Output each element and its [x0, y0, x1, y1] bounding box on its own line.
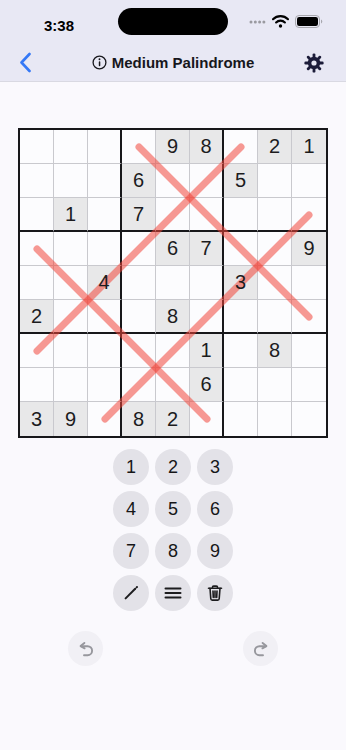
cell-r3c9[interactable] — [292, 198, 326, 232]
given-digit: 2 — [167, 408, 178, 431]
cell-r6c6[interactable] — [190, 300, 224, 334]
given-digit: 6 — [133, 169, 144, 192]
cell-r1c6[interactable]: 8 — [190, 130, 224, 164]
cell-r9c5[interactable]: 2 — [156, 402, 190, 436]
cell-r6c7[interactable] — [224, 300, 258, 334]
given-digit: 7 — [200, 237, 211, 260]
given-digit: 8 — [133, 408, 144, 431]
cell-r5c2[interactable] — [54, 266, 88, 300]
battery-icon — [295, 15, 323, 28]
cell-r4c6[interactable]: 7 — [190, 232, 224, 266]
given-digit: 6 — [167, 237, 178, 260]
cell-r8c8[interactable] — [258, 368, 292, 402]
trash-icon — [205, 583, 225, 603]
cell-r1c9[interactable]: 1 — [292, 130, 326, 164]
cell-r4c2[interactable] — [54, 232, 88, 266]
erase-button[interactable] — [197, 575, 233, 611]
gear-icon — [304, 53, 324, 73]
chevron-left-icon — [19, 52, 31, 73]
info-icon — [92, 55, 107, 70]
cell-r1c8[interactable]: 2 — [258, 130, 292, 164]
back-button[interactable] — [12, 50, 38, 76]
cell-r4c9[interactable]: 9 — [292, 232, 326, 266]
given-digit: 9 — [65, 408, 76, 431]
cell-r2c1[interactable] — [20, 164, 54, 198]
sudoku-board: 9821651767943281863982 — [18, 128, 328, 438]
cell-r3c8[interactable] — [258, 198, 292, 232]
given-digit: 8 — [167, 305, 178, 328]
cell-r7c2[interactable] — [54, 334, 88, 368]
status-bar: 3:38 — [0, 0, 346, 44]
cell-r4c8[interactable] — [258, 232, 292, 266]
cell-r9c1[interactable]: 3 — [20, 402, 54, 436]
cell-r9c7[interactable] — [224, 402, 258, 436]
given-digit: 8 — [269, 339, 280, 362]
app-screen: 3:38 — [0, 0, 346, 750]
nav-bar: Medium Palindrome — [0, 44, 346, 81]
cell-r3c3[interactable] — [88, 198, 122, 232]
cell-r6c2[interactable] — [54, 300, 88, 334]
undo-button[interactable] — [68, 631, 103, 666]
cell-r7c6[interactable]: 1 — [190, 334, 224, 368]
cell-r1c4[interactable] — [122, 130, 156, 164]
given-digit: 7 — [133, 203, 144, 226]
digit-button-3[interactable]: 3 — [197, 449, 233, 485]
cell-r6c8[interactable] — [258, 300, 292, 334]
cell-r9c4[interactable]: 8 — [122, 402, 156, 436]
cell-r5c5[interactable] — [156, 266, 190, 300]
cell-r7c7[interactable] — [224, 334, 258, 368]
header: 3:38 — [0, 0, 346, 82]
cell-r3c7[interactable] — [224, 198, 258, 232]
digit-button-9[interactable]: 9 — [197, 533, 233, 569]
main-content: 9821651767943281863982 1 2 3 4 5 6 7 8 9 — [0, 128, 346, 666]
notes-button[interactable] — [155, 575, 191, 611]
cell-r8c9[interactable] — [292, 368, 326, 402]
digit-button-5[interactable]: 5 — [155, 491, 191, 527]
cell-r4c5[interactable]: 6 — [156, 232, 190, 266]
cell-r6c4[interactable] — [122, 300, 156, 334]
given-digit: 6 — [200, 373, 211, 396]
cell-r9c8[interactable] — [258, 402, 292, 436]
cell-r8c7[interactable] — [224, 368, 258, 402]
digit-button-2[interactable]: 2 — [155, 449, 191, 485]
settings-button[interactable] — [304, 53, 324, 73]
cell-r2c7[interactable]: 5 — [224, 164, 258, 198]
cell-r5c8[interactable] — [258, 266, 292, 300]
given-digit: 5 — [235, 169, 246, 192]
notes-lines-icon — [163, 583, 183, 603]
cell-r4c7[interactable] — [224, 232, 258, 266]
cell-r4c4[interactable] — [122, 232, 156, 266]
cell-r5c7[interactable]: 3 — [224, 266, 258, 300]
given-digit: 9 — [303, 237, 314, 260]
redo-button[interactable] — [243, 631, 278, 666]
digit-button-4[interactable]: 4 — [113, 491, 149, 527]
cell-r7c9[interactable] — [292, 334, 326, 368]
cell-r5c3[interactable]: 4 — [88, 266, 122, 300]
cell-r8c4[interactable] — [122, 368, 156, 402]
cell-r7c4[interactable] — [122, 334, 156, 368]
given-digit: 2 — [31, 305, 42, 328]
cell-r7c1[interactable] — [20, 334, 54, 368]
cell-r3c4[interactable]: 7 — [122, 198, 156, 232]
numpad: 1 2 3 4 5 6 7 8 9 — [0, 449, 346, 611]
dynamic-island — [118, 8, 228, 35]
wifi-icon — [272, 15, 289, 28]
given-digit: 4 — [98, 271, 109, 294]
given-digit: 1 — [65, 203, 76, 226]
cell-r1c2[interactable] — [54, 130, 88, 164]
cell-r3c5[interactable] — [156, 198, 190, 232]
given-digit: 3 — [31, 408, 42, 431]
cell-r1c1[interactable] — [20, 130, 54, 164]
cell-r4c3[interactable] — [88, 232, 122, 266]
digit-button-7[interactable]: 7 — [113, 533, 149, 569]
history-controls — [0, 631, 346, 666]
given-digit: 8 — [200, 135, 211, 158]
cell-r7c3[interactable] — [88, 334, 122, 368]
digit-button-8[interactable]: 8 — [155, 533, 191, 569]
cell-r2c4[interactable]: 6 — [122, 164, 156, 198]
cell-r6c1[interactable]: 2 — [20, 300, 54, 334]
cell-r9c2[interactable]: 9 — [54, 402, 88, 436]
cell-r2c8[interactable] — [258, 164, 292, 198]
page-title: Medium Palindrome — [0, 54, 346, 71]
cell-r2c3[interactable] — [88, 164, 122, 198]
given-digit: 1 — [200, 339, 211, 362]
pencil-icon — [121, 583, 141, 603]
pencil-button[interactable] — [113, 575, 149, 611]
cell-r5c9[interactable] — [292, 266, 326, 300]
undo-icon — [75, 638, 97, 660]
cell-r9c3[interactable] — [88, 402, 122, 436]
digit-button-1[interactable]: 1 — [113, 449, 149, 485]
cell-r7c8[interactable]: 8 — [258, 334, 292, 368]
cell-r9c6[interactable] — [190, 402, 224, 436]
cell-r6c9[interactable] — [292, 300, 326, 334]
cell-r4c1[interactable] — [20, 232, 54, 266]
cell-r8c6[interactable]: 6 — [190, 368, 224, 402]
given-digit: 3 — [235, 271, 246, 294]
cell-r3c2[interactable]: 1 — [54, 198, 88, 232]
given-digit: 1 — [303, 135, 314, 158]
cell-r8c2[interactable] — [54, 368, 88, 402]
cell-r2c6[interactable] — [190, 164, 224, 198]
cell-r3c1[interactable] — [20, 198, 54, 232]
given-digit: 9 — [167, 135, 178, 158]
cell-r1c5[interactable]: 9 — [156, 130, 190, 164]
given-digit: 2 — [269, 135, 280, 158]
cell-r5c1[interactable] — [20, 266, 54, 300]
cell-r7c5[interactable] — [156, 334, 190, 368]
digit-button-6[interactable]: 6 — [197, 491, 233, 527]
cell-r6c3[interactable] — [88, 300, 122, 334]
cell-r2c5[interactable] — [156, 164, 190, 198]
cell-r8c5[interactable] — [156, 368, 190, 402]
cell-r2c9[interactable] — [292, 164, 326, 198]
cell-r1c7[interactable] — [224, 130, 258, 164]
cell-r5c4[interactable] — [122, 266, 156, 300]
cell-r6c5[interactable]: 8 — [156, 300, 190, 334]
status-time: 3:38 — [0, 11, 118, 34]
cell-r8c3[interactable] — [88, 368, 122, 402]
cell-r3c6[interactable] — [190, 198, 224, 232]
cell-r5c6[interactable] — [190, 266, 224, 300]
cellular-signal-icon — [249, 19, 266, 25]
redo-icon — [250, 638, 272, 660]
cell-r1c3[interactable] — [88, 130, 122, 164]
cell-r2c2[interactable] — [54, 164, 88, 198]
cell-r9c9[interactable] — [292, 402, 326, 436]
cell-r8c1[interactable] — [20, 368, 54, 402]
